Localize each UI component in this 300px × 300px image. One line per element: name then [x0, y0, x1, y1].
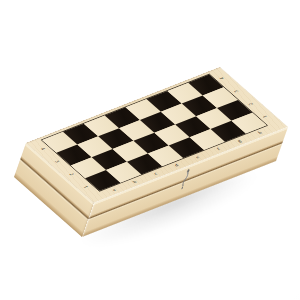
- product-photo-chess-box: abcdefgh 4321 4321: [0, 0, 300, 300]
- clasp-hook: [177, 167, 192, 195]
- clasp-hook-icon: [177, 167, 192, 195]
